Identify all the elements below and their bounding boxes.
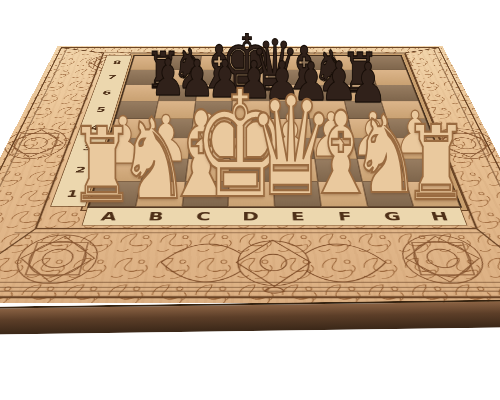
chessboard-photo: 87654321 ABCDEFGH ♜♞♝♚♛♝♞♜♟♟♟♟♟♟♟♟♟♟♟♟♟♟… bbox=[0, 0, 500, 400]
white-rook-h1[interactable]: ♜ bbox=[403, 112, 469, 215]
pieces-layer: ♜♞♝♚♛♝♞♜♟♟♟♟♟♟♟♟♟♟♟♟♟♟♟♟♜♞♝♚♛♝♞♜ bbox=[0, 0, 500, 400]
